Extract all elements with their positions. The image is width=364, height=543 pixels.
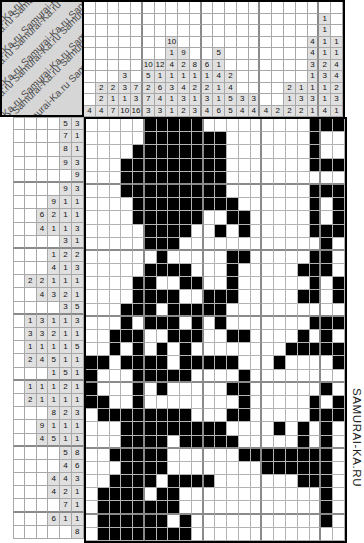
grid-cell-empty[interactable] xyxy=(286,317,298,330)
grid-cell-empty[interactable] xyxy=(239,304,251,317)
grid-cell-filled[interactable] xyxy=(157,251,169,264)
grid-cell-empty[interactable] xyxy=(86,159,98,172)
grid-cell-filled[interactable] xyxy=(133,501,145,514)
grid-cell-empty[interactable] xyxy=(262,501,274,514)
grid-cell-empty[interactable] xyxy=(274,198,286,211)
grid-cell-empty[interactable] xyxy=(157,277,169,290)
grid-cell-filled[interactable] xyxy=(121,422,133,435)
grid-cell-empty[interactable] xyxy=(274,396,286,409)
grid-cell-empty[interactable] xyxy=(310,356,322,369)
grid-cell-empty[interactable] xyxy=(298,132,310,145)
grid-cell-filled[interactable] xyxy=(251,449,263,462)
grid-cell-empty[interactable] xyxy=(298,185,310,198)
grid-cell-filled[interactable] xyxy=(215,422,227,435)
grid-cell-filled[interactable] xyxy=(310,409,322,422)
puzzle-grid[interactable] xyxy=(84,117,347,543)
grid-cell-empty[interactable] xyxy=(215,488,227,501)
grid-cell-empty[interactable] xyxy=(286,172,298,185)
grid-cell-empty[interactable] xyxy=(227,462,239,475)
grid-cell-filled[interactable] xyxy=(333,356,345,369)
grid-cell-filled[interactable] xyxy=(227,356,239,369)
grid-cell-empty[interactable] xyxy=(227,185,239,198)
grid-cell-empty[interactable] xyxy=(251,501,263,514)
grid-cell-empty[interactable] xyxy=(215,449,227,462)
grid-cell-empty[interactable] xyxy=(274,330,286,343)
grid-cell-empty[interactable] xyxy=(86,343,98,356)
grid-cell-empty[interactable] xyxy=(180,462,192,475)
grid-cell-filled[interactable] xyxy=(157,145,169,158)
grid-cell-empty[interactable] xyxy=(286,132,298,145)
grid-cell-empty[interactable] xyxy=(110,370,122,383)
grid-cell-empty[interactable] xyxy=(251,198,263,211)
grid-cell-filled[interactable] xyxy=(321,436,333,449)
grid-cell-empty[interactable] xyxy=(121,145,133,158)
grid-cell-empty[interactable] xyxy=(251,370,263,383)
grid-cell-filled[interactable] xyxy=(86,396,98,409)
grid-cell-filled[interactable] xyxy=(215,185,227,198)
grid-cell-filled[interactable] xyxy=(168,185,180,198)
grid-cell-filled[interactable] xyxy=(145,277,157,290)
grid-cell-empty[interactable] xyxy=(121,251,133,264)
grid-cell-filled[interactable] xyxy=(321,488,333,501)
grid-cell-empty[interactable] xyxy=(180,488,192,501)
grid-cell-filled[interactable] xyxy=(145,515,157,528)
grid-cell-filled[interactable] xyxy=(310,343,322,356)
grid-cell-empty[interactable] xyxy=(204,225,216,238)
grid-cell-empty[interactable] xyxy=(86,211,98,224)
grid-cell-filled[interactable] xyxy=(180,198,192,211)
grid-cell-filled[interactable] xyxy=(168,488,180,501)
grid-cell-filled[interactable] xyxy=(121,304,133,317)
grid-cell-filled[interactable] xyxy=(168,198,180,211)
grid-cell-filled[interactable] xyxy=(204,290,216,303)
grid-cell-filled[interactable] xyxy=(227,290,239,303)
grid-cell-filled[interactable] xyxy=(145,317,157,330)
grid-cell-empty[interactable] xyxy=(86,449,98,462)
grid-cell-empty[interactable] xyxy=(192,462,204,475)
grid-cell-empty[interactable] xyxy=(215,370,227,383)
grid-cell-filled[interactable] xyxy=(157,343,169,356)
grid-cell-empty[interactable] xyxy=(180,396,192,409)
grid-cell-empty[interactable] xyxy=(86,119,98,132)
grid-cell-empty[interactable] xyxy=(262,528,274,541)
grid-cell-filled[interactable] xyxy=(157,211,169,224)
grid-cell-empty[interactable] xyxy=(86,145,98,158)
grid-cell-filled[interactable] xyxy=(133,290,145,303)
grid-cell-empty[interactable] xyxy=(110,211,122,224)
grid-cell-empty[interactable] xyxy=(310,238,322,251)
grid-cell-empty[interactable] xyxy=(192,343,204,356)
grid-cell-empty[interactable] xyxy=(262,343,274,356)
grid-cell-filled[interactable] xyxy=(227,264,239,277)
grid-cell-filled[interactable] xyxy=(168,238,180,251)
grid-cell-empty[interactable] xyxy=(204,528,216,541)
grid-cell-filled[interactable] xyxy=(310,145,322,158)
grid-cell-filled[interactable] xyxy=(133,172,145,185)
grid-cell-empty[interactable] xyxy=(110,396,122,409)
grid-cell-empty[interactable] xyxy=(239,436,251,449)
grid-cell-filled[interactable] xyxy=(157,290,169,303)
grid-cell-empty[interactable] xyxy=(298,277,310,290)
grid-cell-filled[interactable] xyxy=(274,422,286,435)
grid-cell-empty[interactable] xyxy=(298,238,310,251)
grid-cell-filled[interactable] xyxy=(204,145,216,158)
grid-cell-empty[interactable] xyxy=(286,356,298,369)
grid-cell-filled[interactable] xyxy=(157,422,169,435)
grid-cell-filled[interactable] xyxy=(157,185,169,198)
grid-cell-empty[interactable] xyxy=(133,225,145,238)
grid-cell-empty[interactable] xyxy=(251,264,263,277)
grid-cell-empty[interactable] xyxy=(98,159,110,172)
grid-cell-empty[interactable] xyxy=(168,343,180,356)
grid-cell-filled[interactable] xyxy=(310,277,322,290)
grid-cell-empty[interactable] xyxy=(286,475,298,488)
grid-cell-filled[interactable] xyxy=(121,356,133,369)
grid-cell-filled[interactable] xyxy=(110,488,122,501)
grid-cell-empty[interactable] xyxy=(98,317,110,330)
grid-cell-empty[interactable] xyxy=(274,383,286,396)
grid-cell-empty[interactable] xyxy=(204,317,216,330)
grid-cell-empty[interactable] xyxy=(86,264,98,277)
grid-cell-filled[interactable] xyxy=(180,185,192,198)
grid-cell-empty[interactable] xyxy=(310,436,322,449)
grid-cell-empty[interactable] xyxy=(192,396,204,409)
grid-cell-empty[interactable] xyxy=(98,145,110,158)
grid-cell-empty[interactable] xyxy=(298,409,310,422)
grid-cell-filled[interactable] xyxy=(298,422,310,435)
grid-cell-empty[interactable] xyxy=(215,211,227,224)
grid-cell-filled[interactable] xyxy=(192,198,204,211)
grid-cell-filled[interactable] xyxy=(157,528,169,541)
grid-cell-filled[interactable] xyxy=(133,396,145,409)
grid-cell-empty[interactable] xyxy=(321,198,333,211)
grid-cell-empty[interactable] xyxy=(86,409,98,422)
grid-cell-empty[interactable] xyxy=(168,449,180,462)
grid-cell-filled[interactable] xyxy=(157,409,169,422)
grid-cell-filled[interactable] xyxy=(168,409,180,422)
grid-cell-filled[interactable] xyxy=(168,264,180,277)
grid-cell-filled[interactable] xyxy=(157,436,169,449)
grid-cell-empty[interactable] xyxy=(98,475,110,488)
grid-cell-filled[interactable] xyxy=(110,475,122,488)
grid-cell-empty[interactable] xyxy=(239,501,251,514)
grid-cell-empty[interactable] xyxy=(298,211,310,224)
grid-cell-filled[interactable] xyxy=(321,515,333,528)
grid-cell-empty[interactable] xyxy=(286,251,298,264)
grid-cell-empty[interactable] xyxy=(121,370,133,383)
grid-cell-filled[interactable] xyxy=(215,225,227,238)
grid-cell-filled[interactable] xyxy=(310,449,322,462)
grid-cell-empty[interactable] xyxy=(204,396,216,409)
grid-cell-filled[interactable] xyxy=(168,317,180,330)
grid-cell-filled[interactable] xyxy=(239,449,251,462)
grid-cell-empty[interactable] xyxy=(110,422,122,435)
grid-cell-empty[interactable] xyxy=(298,304,310,317)
grid-cell-empty[interactable] xyxy=(133,119,145,132)
grid-cell-empty[interactable] xyxy=(274,277,286,290)
grid-cell-empty[interactable] xyxy=(251,488,263,501)
grid-cell-filled[interactable] xyxy=(110,449,122,462)
grid-cell-empty[interactable] xyxy=(133,238,145,251)
grid-cell-empty[interactable] xyxy=(145,330,157,343)
grid-cell-filled[interactable] xyxy=(180,356,192,369)
grid-cell-filled[interactable] xyxy=(133,475,145,488)
grid-cell-empty[interactable] xyxy=(110,159,122,172)
grid-cell-filled[interactable] xyxy=(98,409,110,422)
grid-cell-empty[interactable] xyxy=(168,515,180,528)
grid-cell-empty[interactable] xyxy=(168,383,180,396)
grid-cell-empty[interactable] xyxy=(180,449,192,462)
grid-cell-empty[interactable] xyxy=(310,422,322,435)
grid-cell-empty[interactable] xyxy=(286,290,298,303)
grid-cell-empty[interactable] xyxy=(98,436,110,449)
grid-cell-filled[interactable] xyxy=(204,132,216,145)
grid-cell-empty[interactable] xyxy=(227,317,239,330)
grid-cell-empty[interactable] xyxy=(110,277,122,290)
grid-cell-empty[interactable] xyxy=(321,132,333,145)
grid-cell-empty[interactable] xyxy=(321,370,333,383)
grid-cell-empty[interactable] xyxy=(204,251,216,264)
grid-cell-empty[interactable] xyxy=(239,277,251,290)
grid-cell-empty[interactable] xyxy=(262,330,274,343)
grid-cell-filled[interactable] xyxy=(298,449,310,462)
grid-cell-filled[interactable] xyxy=(321,422,333,435)
grid-cell-filled[interactable] xyxy=(133,145,145,158)
grid-cell-empty[interactable] xyxy=(110,436,122,449)
grid-cell-filled[interactable] xyxy=(192,277,204,290)
grid-cell-filled[interactable] xyxy=(227,211,239,224)
grid-cell-empty[interactable] xyxy=(286,198,298,211)
grid-cell-empty[interactable] xyxy=(168,277,180,290)
grid-cell-empty[interactable] xyxy=(274,172,286,185)
grid-cell-empty[interactable] xyxy=(310,501,322,514)
grid-cell-filled[interactable] xyxy=(133,436,145,449)
grid-cell-empty[interactable] xyxy=(145,488,157,501)
grid-cell-filled[interactable] xyxy=(168,422,180,435)
grid-cell-empty[interactable] xyxy=(86,436,98,449)
grid-cell-filled[interactable] xyxy=(204,304,216,317)
grid-cell-filled[interactable] xyxy=(98,515,110,528)
grid-cell-empty[interactable] xyxy=(262,290,274,303)
grid-cell-empty[interactable] xyxy=(157,396,169,409)
grid-cell-filled[interactable] xyxy=(192,132,204,145)
grid-cell-empty[interactable] xyxy=(239,238,251,251)
grid-cell-filled[interactable] xyxy=(145,501,157,514)
grid-cell-empty[interactable] xyxy=(310,528,322,541)
grid-cell-empty[interactable] xyxy=(310,172,322,185)
grid-cell-empty[interactable] xyxy=(227,501,239,514)
grid-cell-empty[interactable] xyxy=(215,238,227,251)
grid-cell-empty[interactable] xyxy=(286,501,298,514)
grid-cell-empty[interactable] xyxy=(86,422,98,435)
grid-cell-empty[interactable] xyxy=(192,238,204,251)
grid-cell-filled[interactable] xyxy=(86,356,98,369)
grid-cell-empty[interactable] xyxy=(98,422,110,435)
grid-cell-filled[interactable] xyxy=(145,225,157,238)
grid-cell-filled[interactable] xyxy=(121,185,133,198)
grid-cell-filled[interactable] xyxy=(180,277,192,290)
grid-cell-empty[interactable] xyxy=(192,488,204,501)
grid-cell-filled[interactable] xyxy=(157,132,169,145)
grid-cell-empty[interactable] xyxy=(321,290,333,303)
grid-cell-filled[interactable] xyxy=(168,528,180,541)
grid-cell-filled[interactable] xyxy=(133,422,145,435)
grid-cell-filled[interactable] xyxy=(180,475,192,488)
grid-cell-filled[interactable] xyxy=(192,119,204,132)
grid-cell-empty[interactable] xyxy=(110,304,122,317)
grid-cell-empty[interactable] xyxy=(227,119,239,132)
grid-cell-filled[interactable] xyxy=(98,501,110,514)
grid-cell-filled[interactable] xyxy=(133,515,145,528)
grid-cell-filled[interactable] xyxy=(298,343,310,356)
grid-cell-filled[interactable] xyxy=(145,238,157,251)
grid-cell-empty[interactable] xyxy=(298,488,310,501)
grid-cell-filled[interactable] xyxy=(145,356,157,369)
grid-cell-empty[interactable] xyxy=(180,238,192,251)
grid-cell-empty[interactable] xyxy=(262,264,274,277)
grid-cell-empty[interactable] xyxy=(262,515,274,528)
grid-cell-empty[interactable] xyxy=(262,304,274,317)
grid-cell-filled[interactable] xyxy=(321,409,333,422)
grid-cell-empty[interactable] xyxy=(262,172,274,185)
grid-cell-empty[interactable] xyxy=(251,211,263,224)
grid-cell-empty[interactable] xyxy=(204,488,216,501)
grid-cell-empty[interactable] xyxy=(321,277,333,290)
grid-cell-empty[interactable] xyxy=(286,330,298,343)
grid-cell-filled[interactable] xyxy=(180,528,192,541)
grid-cell-filled[interactable] xyxy=(215,172,227,185)
grid-cell-empty[interactable] xyxy=(274,409,286,422)
grid-cell-empty[interactable] xyxy=(133,251,145,264)
grid-cell-empty[interactable] xyxy=(274,211,286,224)
grid-cell-filled[interactable] xyxy=(204,185,216,198)
grid-cell-empty[interactable] xyxy=(204,462,216,475)
grid-cell-filled[interactable] xyxy=(215,436,227,449)
grid-cell-empty[interactable] xyxy=(215,264,227,277)
grid-cell-empty[interactable] xyxy=(86,317,98,330)
grid-cell-filled[interactable] xyxy=(310,396,322,409)
grid-cell-empty[interactable] xyxy=(262,225,274,238)
grid-cell-empty[interactable] xyxy=(262,251,274,264)
grid-cell-empty[interactable] xyxy=(121,225,133,238)
grid-cell-empty[interactable] xyxy=(286,370,298,383)
grid-cell-empty[interactable] xyxy=(286,238,298,251)
grid-cell-empty[interactable] xyxy=(274,185,286,198)
grid-cell-filled[interactable] xyxy=(333,198,345,211)
grid-cell-empty[interactable] xyxy=(262,383,274,396)
grid-cell-empty[interactable] xyxy=(262,159,274,172)
grid-cell-empty[interactable] xyxy=(86,501,98,514)
grid-cell-filled[interactable] xyxy=(239,383,251,396)
grid-cell-empty[interactable] xyxy=(227,304,239,317)
grid-cell-empty[interactable] xyxy=(133,132,145,145)
grid-cell-filled[interactable] xyxy=(133,343,145,356)
grid-cell-filled[interactable] xyxy=(121,501,133,514)
grid-cell-empty[interactable] xyxy=(204,264,216,277)
grid-cell-empty[interactable] xyxy=(86,462,98,475)
grid-cell-empty[interactable] xyxy=(333,383,345,396)
grid-cell-empty[interactable] xyxy=(204,343,216,356)
grid-cell-empty[interactable] xyxy=(110,290,122,303)
grid-cell-filled[interactable] xyxy=(157,198,169,211)
grid-cell-empty[interactable] xyxy=(157,475,169,488)
grid-cell-empty[interactable] xyxy=(298,198,310,211)
grid-cell-empty[interactable] xyxy=(239,264,251,277)
grid-cell-filled[interactable] xyxy=(192,356,204,369)
grid-cell-empty[interactable] xyxy=(145,343,157,356)
grid-cell-empty[interactable] xyxy=(274,317,286,330)
grid-cell-empty[interactable] xyxy=(215,251,227,264)
grid-cell-filled[interactable] xyxy=(227,277,239,290)
grid-cell-filled[interactable] xyxy=(98,356,110,369)
grid-cell-empty[interactable] xyxy=(321,396,333,409)
grid-cell-empty[interactable] xyxy=(333,436,345,449)
grid-cell-empty[interactable] xyxy=(121,211,133,224)
grid-cell-empty[interactable] xyxy=(227,422,239,435)
grid-cell-filled[interactable] xyxy=(227,251,239,264)
grid-cell-filled[interactable] xyxy=(180,304,192,317)
grid-cell-empty[interactable] xyxy=(215,119,227,132)
grid-cell-filled[interactable] xyxy=(145,422,157,435)
grid-cell-empty[interactable] xyxy=(262,370,274,383)
grid-cell-empty[interactable] xyxy=(239,462,251,475)
grid-cell-empty[interactable] xyxy=(98,132,110,145)
grid-cell-empty[interactable] xyxy=(333,528,345,541)
grid-cell-empty[interactable] xyxy=(98,330,110,343)
grid-cell-empty[interactable] xyxy=(333,251,345,264)
grid-cell-empty[interactable] xyxy=(86,488,98,501)
grid-cell-filled[interactable] xyxy=(121,488,133,501)
grid-cell-empty[interactable] xyxy=(204,383,216,396)
grid-cell-empty[interactable] xyxy=(239,290,251,303)
grid-cell-filled[interactable] xyxy=(121,409,133,422)
grid-cell-empty[interactable] xyxy=(239,159,251,172)
grid-cell-empty[interactable] xyxy=(192,515,204,528)
grid-cell-empty[interactable] xyxy=(110,251,122,264)
grid-cell-filled[interactable] xyxy=(274,356,286,369)
grid-cell-empty[interactable] xyxy=(298,396,310,409)
grid-cell-filled[interactable] xyxy=(121,436,133,449)
grid-cell-empty[interactable] xyxy=(251,528,263,541)
grid-cell-empty[interactable] xyxy=(333,238,345,251)
grid-cell-empty[interactable] xyxy=(286,264,298,277)
grid-cell-filled[interactable] xyxy=(168,330,180,343)
grid-cell-filled[interactable] xyxy=(333,290,345,303)
grid-cell-empty[interactable] xyxy=(274,475,286,488)
grid-cell-empty[interactable] xyxy=(204,370,216,383)
grid-cell-filled[interactable] xyxy=(168,290,180,303)
grid-cell-filled[interactable] xyxy=(310,475,322,488)
grid-cell-empty[interactable] xyxy=(298,172,310,185)
grid-cell-empty[interactable] xyxy=(227,475,239,488)
grid-cell-filled[interactable] xyxy=(239,211,251,224)
grid-cell-filled[interactable] xyxy=(180,264,192,277)
grid-cell-empty[interactable] xyxy=(321,528,333,541)
grid-cell-filled[interactable] xyxy=(204,422,216,435)
grid-cell-empty[interactable] xyxy=(310,383,322,396)
grid-cell-filled[interactable] xyxy=(133,330,145,343)
grid-cell-empty[interactable] xyxy=(262,145,274,158)
grid-cell-filled[interactable] xyxy=(227,409,239,422)
grid-cell-empty[interactable] xyxy=(121,343,133,356)
grid-cell-filled[interactable] xyxy=(192,330,204,343)
grid-cell-filled[interactable] xyxy=(298,264,310,277)
grid-cell-empty[interactable] xyxy=(262,409,274,422)
grid-cell-filled[interactable] xyxy=(321,238,333,251)
grid-cell-filled[interactable] xyxy=(145,185,157,198)
grid-cell-empty[interactable] xyxy=(298,370,310,383)
grid-cell-empty[interactable] xyxy=(274,119,286,132)
